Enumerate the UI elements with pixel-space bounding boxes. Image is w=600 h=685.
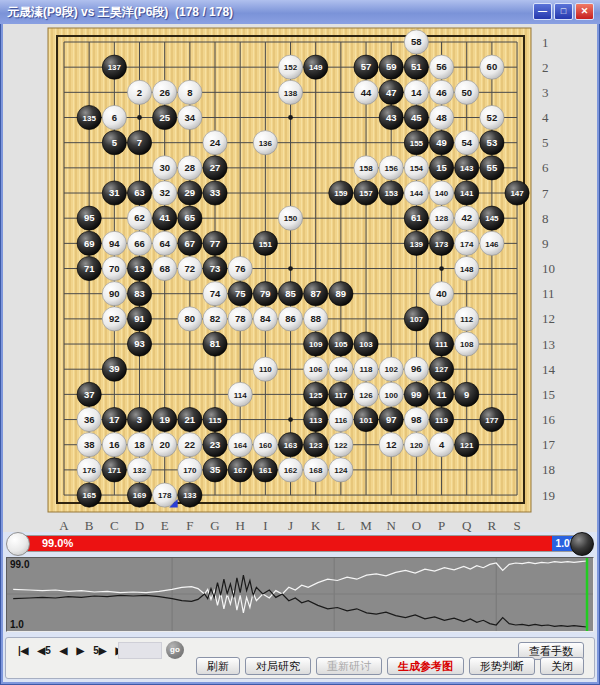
stone-171: 171 <box>102 458 126 482</box>
svg-text:99: 99 <box>411 389 422 400</box>
stone-96: 96 <box>404 357 428 381</box>
stone-128: 128 <box>429 206 453 230</box>
stone-110: 110 <box>253 357 277 381</box>
stone-93: 93 <box>127 332 151 356</box>
svg-text:159: 159 <box>334 189 348 198</box>
svg-text:71: 71 <box>84 263 95 274</box>
stone-82: 82 <box>203 307 227 331</box>
stone-62: 62 <box>127 206 151 230</box>
stone-95: 95 <box>77 206 101 230</box>
svg-text:170: 170 <box>183 466 197 475</box>
stone-103: 103 <box>354 332 378 356</box>
stone-9: 9 <box>455 382 479 406</box>
stone-144: 144 <box>404 181 428 205</box>
svg-text:86: 86 <box>285 313 296 324</box>
stone-61: 61 <box>404 206 428 230</box>
svg-text:139: 139 <box>410 240 424 249</box>
stone-119: 119 <box>429 407 453 431</box>
stone-8: 8 <box>178 80 202 104</box>
button-重新研讨[interactable]: 重新研讨 <box>316 657 382 675</box>
stone-74: 74 <box>203 282 227 306</box>
stone-114: 114 <box>228 382 252 406</box>
move-number-input[interactable] <box>118 642 162 659</box>
svg-text:119: 119 <box>435 416 448 425</box>
svg-text:24: 24 <box>210 137 221 148</box>
svg-text:128: 128 <box>435 214 449 223</box>
row-label: 19 <box>542 488 555 503</box>
svg-text:57: 57 <box>361 61 372 72</box>
svg-text:42: 42 <box>461 212 472 223</box>
stone-34: 34 <box>178 105 202 129</box>
svg-text:160: 160 <box>259 441 273 450</box>
row-label: 7 <box>542 186 549 201</box>
stone-3: 3 <box>127 407 151 431</box>
svg-text:79: 79 <box>260 288 271 299</box>
svg-text:21: 21 <box>185 414 196 425</box>
svg-text:23: 23 <box>210 439 221 450</box>
stone-6: 6 <box>102 105 126 129</box>
svg-text:112: 112 <box>460 315 473 324</box>
svg-text:4: 4 <box>439 439 445 450</box>
svg-text:66: 66 <box>134 238 145 249</box>
svg-text:126: 126 <box>359 391 373 400</box>
back-button[interactable]: ◀ <box>60 645 68 656</box>
svg-text:108: 108 <box>460 340 474 349</box>
stone-148: 148 <box>455 256 479 280</box>
svg-text:56: 56 <box>436 61 447 72</box>
svg-text:135: 135 <box>82 114 96 123</box>
svg-text:14: 14 <box>411 87 422 98</box>
stone-41: 41 <box>153 206 177 230</box>
stone-43: 43 <box>379 105 403 129</box>
svg-text:62: 62 <box>134 212 145 223</box>
stone-42: 42 <box>455 206 479 230</box>
stone-89: 89 <box>329 282 353 306</box>
svg-text:75: 75 <box>235 288 246 299</box>
winrate-graph[interactable]: 99.0 1.0 <box>6 557 594 632</box>
stone-125: 125 <box>304 382 328 406</box>
stone-40: 40 <box>429 282 453 306</box>
stone-160: 160 <box>253 433 277 457</box>
svg-text:171: 171 <box>108 466 122 475</box>
svg-text:155: 155 <box>410 139 424 148</box>
svg-text:104: 104 <box>334 365 348 374</box>
stone-151: 151 <box>253 231 277 255</box>
column-label: O <box>412 518 421 532</box>
svg-text:63: 63 <box>134 187 145 198</box>
svg-text:82: 82 <box>210 313 221 324</box>
stone-165: 165 <box>77 483 101 507</box>
svg-text:36: 36 <box>84 414 95 425</box>
stone-139: 139 <box>404 231 428 255</box>
svg-text:68: 68 <box>159 263 170 274</box>
stone-101: 101 <box>354 407 378 431</box>
svg-text:143: 143 <box>460 164 474 173</box>
svg-text:27: 27 <box>210 162 221 173</box>
star-point <box>288 266 293 271</box>
svg-text:149: 149 <box>309 63 323 72</box>
stone-104: 104 <box>329 357 353 381</box>
svg-text:176: 176 <box>82 466 96 475</box>
stone-17: 17 <box>102 407 126 431</box>
stone-116: 116 <box>329 407 353 431</box>
svg-text:51: 51 <box>411 61 422 72</box>
star-point <box>288 417 293 422</box>
stone-163: 163 <box>278 433 302 457</box>
stone-35: 35 <box>203 458 227 482</box>
svg-text:52: 52 <box>487 112 498 123</box>
row-label: 4 <box>542 110 549 125</box>
svg-text:83: 83 <box>134 288 145 299</box>
svg-text:165: 165 <box>82 491 96 500</box>
svg-text:17: 17 <box>109 414 120 425</box>
stone-100: 100 <box>379 382 403 406</box>
svg-text:145: 145 <box>485 214 499 223</box>
column-label: S <box>513 518 520 532</box>
stone-105: 105 <box>329 332 353 356</box>
stone-107: 107 <box>404 307 428 331</box>
stone-133: 133 <box>178 483 202 507</box>
svg-text:44: 44 <box>361 87 372 98</box>
forward-5-button[interactable]: 5▶ <box>93 645 106 656</box>
stone-37: 37 <box>77 382 101 406</box>
column-label: E <box>161 518 169 532</box>
svg-text:95: 95 <box>84 212 95 223</box>
stone-64: 64 <box>153 231 177 255</box>
stone-141: 141 <box>455 181 479 205</box>
column-label: K <box>311 518 321 532</box>
svg-text:116: 116 <box>334 416 347 425</box>
stone-169: 169 <box>127 483 151 507</box>
row-label: 5 <box>542 135 549 150</box>
row-label: 13 <box>542 337 555 352</box>
stone-102: 102 <box>379 357 403 381</box>
svg-text:61: 61 <box>411 212 422 223</box>
stone-137: 137 <box>102 55 126 79</box>
row-label: 15 <box>542 387 555 402</box>
white-winrate-fill: 99.0% <box>18 536 552 551</box>
stone-155: 155 <box>404 131 428 155</box>
maximize-button[interactable]: □ <box>554 3 573 20</box>
svg-text:174: 174 <box>460 240 474 249</box>
svg-text:16: 16 <box>109 439 120 450</box>
svg-text:46: 46 <box>436 87 447 98</box>
svg-text:144: 144 <box>410 189 424 198</box>
stone-132: 132 <box>127 458 151 482</box>
stone-12: 12 <box>379 433 403 457</box>
winrate-track: 99.0% 1.0% <box>17 535 583 552</box>
svg-text:77: 77 <box>210 238 221 249</box>
stone-138: 138 <box>278 80 302 104</box>
stone-73: 73 <box>203 256 227 280</box>
svg-text:59: 59 <box>386 61 397 72</box>
stone-65: 65 <box>178 206 202 230</box>
button-对局研究[interactable]: 对局研究 <box>245 657 311 675</box>
stone-54: 54 <box>455 131 479 155</box>
svg-text:146: 146 <box>485 240 499 249</box>
button-刷新[interactable]: 刷新 <box>196 657 240 675</box>
stone-152: 152 <box>278 55 302 79</box>
window-title: 元晟溱(P9段) vs 王昊洋(P6段) (178 / 178) <box>0 4 233 21</box>
svg-text:35: 35 <box>210 464 221 475</box>
stone-51: 51 <box>404 55 428 79</box>
svg-text:32: 32 <box>159 187 170 198</box>
svg-text:72: 72 <box>185 263 196 274</box>
stone-76: 76 <box>228 256 252 280</box>
stone-123: 123 <box>304 433 328 457</box>
stone-28: 28 <box>178 156 202 180</box>
stone-143: 143 <box>455 156 479 180</box>
star-point <box>288 115 293 120</box>
svg-text:125: 125 <box>309 391 323 400</box>
stone-176: 176 <box>77 458 101 482</box>
star-point <box>137 115 142 120</box>
action-buttons: 刷新对局研究重新研讨生成参考图形势判断关闭 <box>196 657 584 675</box>
close-button[interactable]: ✕ <box>575 3 594 20</box>
stone-33: 33 <box>203 181 227 205</box>
stone-25: 25 <box>153 105 177 129</box>
stone-150: 150 <box>278 206 302 230</box>
svg-text:140: 140 <box>435 189 449 198</box>
svg-text:156: 156 <box>385 164 399 173</box>
stone-30: 30 <box>153 156 177 180</box>
svg-text:92: 92 <box>109 313 120 324</box>
stone-22: 22 <box>178 433 202 457</box>
stone-159: 159 <box>329 181 353 205</box>
svg-text:147: 147 <box>510 189 524 198</box>
svg-text:39: 39 <box>109 363 120 374</box>
svg-text:105: 105 <box>334 340 348 349</box>
white-stone-icon <box>6 532 30 556</box>
stone-164: 164 <box>228 433 252 457</box>
stone-27: 27 <box>203 156 227 180</box>
svg-text:124: 124 <box>334 466 348 475</box>
white-winrate-label: 99.0% <box>42 537 73 549</box>
svg-text:50: 50 <box>461 87 472 98</box>
svg-text:97: 97 <box>386 414 397 425</box>
stone-21: 21 <box>178 407 202 431</box>
title-bar[interactable]: 元晟溱(P9段) vs 王昊洋(P6段) (178 / 178) ― □ ✕ <box>0 0 600 24</box>
stone-140: 140 <box>429 181 453 205</box>
svg-text:19: 19 <box>159 414 170 425</box>
row-label: 12 <box>542 311 555 326</box>
svg-text:73: 73 <box>210 263 221 274</box>
stone-46: 46 <box>429 80 453 104</box>
svg-text:47: 47 <box>386 87 397 98</box>
stone-91: 91 <box>127 307 151 331</box>
svg-text:9: 9 <box>464 389 469 400</box>
svg-text:85: 85 <box>285 288 296 299</box>
stone-127: 127 <box>429 357 453 381</box>
row-label: 1 <box>542 35 549 50</box>
row-label: 8 <box>542 211 549 226</box>
svg-text:123: 123 <box>309 441 323 450</box>
svg-text:157: 157 <box>359 189 373 198</box>
svg-text:133: 133 <box>183 491 197 500</box>
svg-text:78: 78 <box>235 313 246 324</box>
svg-text:53: 53 <box>487 137 498 148</box>
column-label: A <box>59 518 69 532</box>
stone-29: 29 <box>178 181 202 205</box>
svg-text:106: 106 <box>309 365 323 374</box>
svg-text:69: 69 <box>84 238 95 249</box>
stone-122: 122 <box>329 433 353 457</box>
svg-text:87: 87 <box>310 288 321 299</box>
first-move-button[interactable]: |◀ <box>18 645 29 656</box>
stone-70: 70 <box>102 256 126 280</box>
black-stone-icon <box>570 532 594 556</box>
svg-text:54: 54 <box>461 137 472 148</box>
svg-text:107: 107 <box>410 315 424 324</box>
stone-2: 2 <box>127 80 151 104</box>
svg-text:65: 65 <box>185 212 196 223</box>
svg-text:89: 89 <box>336 288 347 299</box>
graph-max-label: 99.0 <box>10 559 29 570</box>
back-5-button[interactable]: ◀5 <box>38 645 51 656</box>
row-label: 11 <box>542 286 555 301</box>
svg-text:138: 138 <box>284 89 298 98</box>
minimize-button[interactable]: ― <box>533 3 552 20</box>
svg-text:162: 162 <box>284 466 298 475</box>
column-label: B <box>85 518 94 532</box>
stone-97: 97 <box>379 407 403 431</box>
svg-text:30: 30 <box>159 162 170 173</box>
svg-text:2: 2 <box>137 87 142 98</box>
svg-text:102: 102 <box>385 365 399 374</box>
stone-88: 88 <box>304 307 328 331</box>
svg-text:152: 152 <box>284 63 298 72</box>
svg-text:29: 29 <box>185 187 196 198</box>
svg-text:25: 25 <box>159 112 170 123</box>
svg-text:90: 90 <box>109 288 120 299</box>
stone-26: 26 <box>153 80 177 104</box>
stone-135: 135 <box>77 105 101 129</box>
svg-text:178: 178 <box>158 491 172 500</box>
svg-text:141: 141 <box>460 189 474 198</box>
svg-text:177: 177 <box>485 416 499 425</box>
svg-text:20: 20 <box>159 439 170 450</box>
stone-23: 23 <box>203 433 227 457</box>
stone-87: 87 <box>304 282 328 306</box>
svg-text:100: 100 <box>385 391 399 400</box>
forward-button[interactable]: ▶ <box>76 645 84 656</box>
stone-66: 66 <box>127 231 151 255</box>
stone-52: 52 <box>480 105 504 129</box>
stone-98: 98 <box>404 407 428 431</box>
row-label: 6 <box>542 160 549 175</box>
stone-162: 162 <box>278 458 302 482</box>
go-board[interactable]: A1B2C3D4E5F6G7H8I9J10K11L12M13N14O15P16Q… <box>3 24 597 532</box>
winrate-bar: 99.0% 1.0% <box>6 534 594 553</box>
svg-text:150: 150 <box>284 214 298 223</box>
stone-147: 147 <box>505 181 529 205</box>
stone-118: 118 <box>354 357 378 381</box>
stone-45: 45 <box>404 105 428 129</box>
svg-text:31: 31 <box>109 187 120 198</box>
stone-136: 136 <box>253 131 277 155</box>
svg-text:164: 164 <box>234 441 248 450</box>
svg-text:109: 109 <box>309 340 323 349</box>
svg-text:40: 40 <box>436 288 447 299</box>
column-label: L <box>337 518 345 532</box>
svg-text:7: 7 <box>137 137 142 148</box>
stone-113: 113 <box>304 407 328 431</box>
button-形势判断[interactable]: 形势判断 <box>469 657 535 675</box>
stone-59: 59 <box>379 55 403 79</box>
stone-84: 84 <box>253 307 277 331</box>
stone-83: 83 <box>127 282 151 306</box>
svg-text:70: 70 <box>109 263 120 274</box>
stone-48: 48 <box>429 105 453 129</box>
stone-177: 177 <box>480 407 504 431</box>
column-label: H <box>235 518 244 532</box>
button-关闭[interactable]: 关闭 <box>540 657 584 675</box>
graph-min-label: 1.0 <box>10 619 24 630</box>
stone-81: 81 <box>203 332 227 356</box>
stone-20: 20 <box>153 433 177 457</box>
stone-108: 108 <box>455 332 479 356</box>
svg-text:49: 49 <box>436 137 447 148</box>
svg-text:91: 91 <box>134 313 145 324</box>
svg-text:173: 173 <box>435 240 449 249</box>
svg-text:110: 110 <box>259 365 272 374</box>
row-label: 17 <box>542 437 556 452</box>
svg-text:151: 151 <box>259 240 273 249</box>
row-label: 10 <box>542 261 555 276</box>
stone-174: 174 <box>455 231 479 255</box>
stone-94: 94 <box>102 231 126 255</box>
move-navigation: |◀◀5◀▶5▶▶| <box>18 645 126 656</box>
stone-111: 111 <box>429 332 453 356</box>
stone-120: 120 <box>404 433 428 457</box>
svg-text:94: 94 <box>109 238 120 249</box>
column-label: G <box>210 518 219 532</box>
stone-24: 24 <box>203 131 227 155</box>
button-生成参考图[interactable]: 生成参考图 <box>387 657 464 675</box>
svg-text:43: 43 <box>386 112 397 123</box>
svg-text:60: 60 <box>487 61 498 72</box>
row-label: 14 <box>542 362 556 377</box>
go-button[interactable]: go <box>166 641 184 659</box>
stone-112: 112 <box>455 307 479 331</box>
stone-80: 80 <box>178 307 202 331</box>
svg-text:167: 167 <box>234 466 248 475</box>
svg-text:101: 101 <box>359 416 373 425</box>
stone-5: 5 <box>102 131 126 155</box>
svg-text:67: 67 <box>185 238 196 249</box>
stone-31: 31 <box>102 181 126 205</box>
svg-text:5: 5 <box>112 137 118 148</box>
svg-text:117: 117 <box>334 391 347 400</box>
svg-text:18: 18 <box>134 439 145 450</box>
svg-text:26: 26 <box>159 87 170 98</box>
star-point <box>439 266 444 271</box>
svg-text:11: 11 <box>437 389 448 400</box>
row-label: 18 <box>542 462 555 477</box>
stone-55: 55 <box>480 156 504 180</box>
stone-68: 68 <box>153 256 177 280</box>
svg-text:15: 15 <box>436 162 447 173</box>
stone-157: 157 <box>354 181 378 205</box>
svg-text:118: 118 <box>360 365 373 374</box>
svg-text:58: 58 <box>411 36 422 47</box>
svg-text:37: 37 <box>84 389 95 400</box>
stone-63: 63 <box>127 181 151 205</box>
svg-text:74: 74 <box>210 288 221 299</box>
svg-text:96: 96 <box>411 363 422 374</box>
svg-text:48: 48 <box>436 112 447 123</box>
stone-78: 78 <box>228 307 252 331</box>
